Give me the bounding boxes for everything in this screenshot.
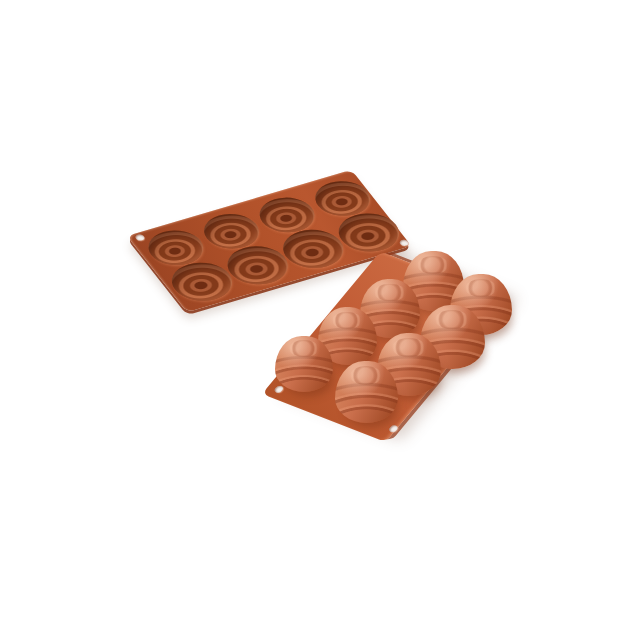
corner-hole xyxy=(398,239,410,247)
dome-tray xyxy=(262,251,504,442)
corner-hole xyxy=(490,297,502,306)
dome-layer xyxy=(0,0,630,630)
corner-hole xyxy=(134,234,146,242)
corner-hole xyxy=(388,424,400,433)
corner-hole xyxy=(273,385,285,394)
product-photo: Terracotta silicone beehive baking mould… xyxy=(0,0,630,630)
